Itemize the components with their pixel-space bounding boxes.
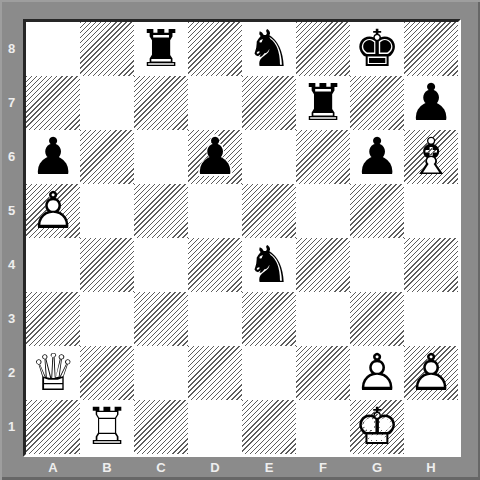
square-c1[interactable] — [134, 400, 188, 454]
rank-label-6: 6 — [0, 130, 23, 184]
square-h7[interactable]: ♟♟ — [404, 76, 458, 130]
square-h6[interactable]: ♝♗ — [404, 130, 458, 184]
white-pawn[interactable]: ♟♙ — [26, 184, 80, 238]
black-rook-glyph: ♜ — [134, 22, 188, 76]
square-f1[interactable] — [296, 400, 350, 454]
square-g8[interactable]: ♚♚ — [350, 22, 404, 76]
square-d4[interactable] — [188, 238, 242, 292]
square-b6[interactable] — [80, 130, 134, 184]
rank-label-5: 5 — [0, 184, 23, 238]
rank-label-7: 7 — [0, 76, 23, 130]
square-f5[interactable] — [296, 184, 350, 238]
white-bishop[interactable]: ♝♗ — [404, 130, 458, 184]
square-e4[interactable]: ♞♞ — [242, 238, 296, 292]
square-a4[interactable] — [26, 238, 80, 292]
square-a7[interactable] — [26, 76, 80, 130]
square-g1[interactable]: ♚♔ — [350, 400, 404, 454]
white-king-glyph: ♔ — [350, 400, 404, 454]
square-f8[interactable] — [296, 22, 350, 76]
square-g5[interactable] — [350, 184, 404, 238]
square-e3[interactable] — [242, 292, 296, 346]
white-pawn-glyph: ♙ — [404, 346, 458, 400]
square-c5[interactable] — [134, 184, 188, 238]
white-queen-glyph: ♕ — [26, 346, 80, 400]
chessboard[interactable]: ♜♜♞♞♚♚♜♜♟♟♟♟♟♟♟♟♝♗♟♙♞♞♛♕♟♙♟♙♜♖♚♔ — [26, 22, 458, 454]
white-pawn-glyph: ♙ — [26, 184, 80, 238]
square-c4[interactable] — [134, 238, 188, 292]
square-e6[interactable] — [242, 130, 296, 184]
square-f3[interactable] — [296, 292, 350, 346]
square-d6[interactable]: ♟♟ — [188, 130, 242, 184]
black-knight[interactable]: ♞♞ — [242, 238, 296, 292]
square-g6[interactable]: ♟♟ — [350, 130, 404, 184]
file-label-d: D — [188, 457, 242, 478]
file-label-c: C — [134, 457, 188, 478]
black-king-glyph: ♚ — [350, 22, 404, 76]
square-a5[interactable]: ♟♙ — [26, 184, 80, 238]
square-c7[interactable] — [134, 76, 188, 130]
square-e2[interactable] — [242, 346, 296, 400]
square-a2[interactable]: ♛♕ — [26, 346, 80, 400]
square-d5[interactable] — [188, 184, 242, 238]
square-f6[interactable] — [296, 130, 350, 184]
rank-label-1: 1 — [0, 400, 23, 454]
chessboard-frame: ♜♜♞♞♚♚♜♜♟♟♟♟♟♟♟♟♝♗♟♙♞♞♛♕♟♙♟♙♜♖♚♔ 8765432… — [0, 0, 480, 480]
square-h1[interactable] — [404, 400, 458, 454]
black-king[interactable]: ♚♚ — [350, 22, 404, 76]
square-b5[interactable] — [80, 184, 134, 238]
square-e1[interactable] — [242, 400, 296, 454]
rank-label-4: 4 — [0, 238, 23, 292]
black-pawn-glyph: ♟ — [188, 130, 242, 184]
square-e7[interactable] — [242, 76, 296, 130]
square-g2[interactable]: ♟♙ — [350, 346, 404, 400]
square-d3[interactable] — [188, 292, 242, 346]
black-pawn[interactable]: ♟♟ — [188, 130, 242, 184]
square-f2[interactable] — [296, 346, 350, 400]
white-pawn[interactable]: ♟♙ — [350, 346, 404, 400]
white-bishop-glyph: ♗ — [404, 130, 458, 184]
square-b3[interactable] — [80, 292, 134, 346]
black-pawn-glyph: ♟ — [26, 130, 80, 184]
black-knight-glyph: ♞ — [242, 238, 296, 292]
white-queen[interactable]: ♛♕ — [26, 346, 80, 400]
square-e5[interactable] — [242, 184, 296, 238]
square-f4[interactable] — [296, 238, 350, 292]
square-c8[interactable]: ♜♜ — [134, 22, 188, 76]
file-label-f: F — [296, 457, 350, 478]
square-h8[interactable] — [404, 22, 458, 76]
square-g3[interactable] — [350, 292, 404, 346]
square-c3[interactable] — [134, 292, 188, 346]
file-label-h: H — [404, 457, 458, 478]
black-pawn[interactable]: ♟♟ — [404, 76, 458, 130]
square-d1[interactable] — [188, 400, 242, 454]
black-rook-glyph: ♜ — [296, 76, 350, 130]
square-a6[interactable]: ♟♟ — [26, 130, 80, 184]
rank-label-3: 3 — [0, 292, 23, 346]
white-pawn[interactable]: ♟♙ — [404, 346, 458, 400]
black-pawn[interactable]: ♟♟ — [350, 130, 404, 184]
square-c6[interactable] — [134, 130, 188, 184]
square-a8[interactable] — [26, 22, 80, 76]
square-h2[interactable]: ♟♙ — [404, 346, 458, 400]
file-label-b: B — [80, 457, 134, 478]
square-h3[interactable] — [404, 292, 458, 346]
square-a1[interactable] — [26, 400, 80, 454]
square-b4[interactable] — [80, 238, 134, 292]
black-rook[interactable]: ♜♜ — [296, 76, 350, 130]
file-label-e: E — [242, 457, 296, 478]
square-d2[interactable] — [188, 346, 242, 400]
file-label-g: G — [350, 457, 404, 478]
white-rook[interactable]: ♜♖ — [80, 400, 134, 454]
black-pawn-glyph: ♟ — [404, 76, 458, 130]
board-border: ♜♜♞♞♚♚♜♜♟♟♟♟♟♟♟♟♝♗♟♙♞♞♛♕♟♙♟♙♜♖♚♔ — [23, 19, 461, 457]
rank-label-8: 8 — [0, 22, 23, 76]
square-h4[interactable] — [404, 238, 458, 292]
white-king[interactable]: ♚♔ — [350, 400, 404, 454]
black-knight[interactable]: ♞♞ — [242, 22, 296, 76]
square-g4[interactable] — [350, 238, 404, 292]
black-pawn-glyph: ♟ — [350, 130, 404, 184]
black-knight-glyph: ♞ — [242, 22, 296, 76]
rank-label-2: 2 — [0, 346, 23, 400]
white-pawn-glyph: ♙ — [350, 346, 404, 400]
square-b1[interactable]: ♜♖ — [80, 400, 134, 454]
square-f7[interactable]: ♜♜ — [296, 76, 350, 130]
square-b8[interactable] — [80, 22, 134, 76]
square-a3[interactable] — [26, 292, 80, 346]
square-d7[interactable] — [188, 76, 242, 130]
black-rook[interactable]: ♜♜ — [134, 22, 188, 76]
white-rook-glyph: ♖ — [80, 400, 134, 454]
square-b2[interactable] — [80, 346, 134, 400]
square-g7[interactable] — [350, 76, 404, 130]
square-b7[interactable] — [80, 76, 134, 130]
square-e8[interactable]: ♞♞ — [242, 22, 296, 76]
square-d8[interactable] — [188, 22, 242, 76]
file-label-a: A — [26, 457, 80, 478]
square-h5[interactable] — [404, 184, 458, 238]
black-pawn[interactable]: ♟♟ — [26, 130, 80, 184]
square-c2[interactable] — [134, 346, 188, 400]
